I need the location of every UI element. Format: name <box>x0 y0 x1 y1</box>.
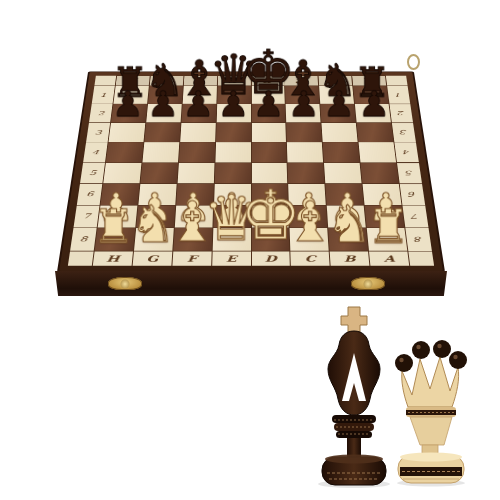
square-e4 <box>215 143 250 163</box>
square-h4 <box>106 143 143 163</box>
square-f3 <box>180 123 215 142</box>
square-h6 <box>101 184 140 205</box>
square-h8: ♜ <box>95 228 135 251</box>
square-h7: ♟ <box>98 205 138 227</box>
square-c4 <box>287 143 323 163</box>
rank-label-right-1: 1 <box>387 86 410 104</box>
king-cross-finial <box>341 307 367 333</box>
closeup-dark-king <box>314 297 394 489</box>
square-e1: ♛ <box>217 86 251 104</box>
square-g7: ♟ <box>136 205 175 227</box>
brass-latch-hook-icon <box>407 54 420 70</box>
square-a8: ♜ <box>367 228 407 251</box>
king-collar-ring <box>336 431 372 438</box>
square-f8: ♝ <box>173 228 212 251</box>
square-d6 <box>251 184 288 205</box>
frame-corner-bottom-right <box>408 251 434 265</box>
file-label-far-b: B <box>319 76 353 86</box>
square-f1: ♝ <box>182 86 216 104</box>
file-label-a: A <box>369 251 409 265</box>
rank-label-left-3: 3 <box>86 123 110 142</box>
square-b6 <box>326 184 364 205</box>
square-g1: ♞ <box>148 86 183 104</box>
square-d2: ♟ <box>251 104 285 122</box>
square-a1: ♜ <box>353 86 388 104</box>
square-h5 <box>103 163 141 183</box>
king-collar-ring <box>332 415 376 423</box>
rank-label-right-6: 6 <box>400 184 425 205</box>
rank-label-left-1: 1 <box>92 86 115 104</box>
square-c8: ♝ <box>290 228 329 251</box>
file-label-f: F <box>172 251 211 265</box>
square-a2: ♟ <box>355 104 391 122</box>
closeup-light-queen <box>392 333 470 487</box>
file-label-far-d: D <box>251 76 284 86</box>
file-label-far-g: G <box>150 76 184 86</box>
rank-label-right-2: 2 <box>390 104 413 122</box>
square-h2: ♟ <box>111 104 147 122</box>
square-a7: ♟ <box>365 205 405 227</box>
square-b5 <box>324 163 361 183</box>
square-c5 <box>288 163 325 183</box>
rank-label-right-5: 5 <box>397 163 422 183</box>
square-b4 <box>323 143 360 163</box>
square-e2: ♟ <box>216 104 250 122</box>
square-a4 <box>359 143 396 163</box>
rank-label-left-7: 7 <box>74 205 100 227</box>
square-e6 <box>214 184 251 205</box>
square-f2: ♟ <box>181 104 216 122</box>
rank-label-right-8: 8 <box>405 228 432 251</box>
file-label-b: B <box>330 251 370 265</box>
square-b2: ♟ <box>320 104 355 122</box>
square-c2: ♟ <box>286 104 321 122</box>
square-e8: ♛ <box>212 228 250 251</box>
square-a6 <box>363 184 402 205</box>
queen-crown-balls <box>395 340 467 372</box>
board-frame: HGFEDCBA1♜♞♝♛♚♝♞♜12♟♟♟♟♟♟♟♟2334455667♟♟♟… <box>57 71 445 272</box>
square-g4 <box>142 143 179 163</box>
square-a3 <box>357 123 394 142</box>
square-f4 <box>179 143 215 163</box>
square-c7: ♟ <box>289 205 327 227</box>
queen-base-rim <box>400 453 462 462</box>
square-d3 <box>251 123 286 142</box>
square-e3 <box>216 123 251 142</box>
file-label-far-f: F <box>184 76 217 86</box>
square-g6 <box>138 184 176 205</box>
rank-label-left-2: 2 <box>89 104 112 122</box>
file-label-g: G <box>132 251 172 265</box>
brass-clasp-left <box>108 277 142 290</box>
square-f6 <box>176 184 213 205</box>
file-label-far-a: A <box>352 76 386 86</box>
rank-label-right-7: 7 <box>402 205 428 227</box>
file-label-e: E <box>212 251 251 265</box>
file-label-far-e: E <box>217 76 250 86</box>
square-c6 <box>289 184 326 205</box>
rank-label-left-5: 5 <box>80 163 105 183</box>
rank-label-right-3: 3 <box>392 123 416 142</box>
square-f5 <box>177 163 214 183</box>
square-d8: ♚ <box>251 228 289 251</box>
square-c1: ♝ <box>285 86 319 104</box>
file-label-h: H <box>93 251 133 265</box>
frame-corner-top-left <box>94 76 116 86</box>
file-label-far-c: C <box>285 76 318 86</box>
square-d1: ♚ <box>251 86 285 104</box>
rank-label-left-4: 4 <box>83 143 107 163</box>
chess-board: HGFEDCBA1♜♞♝♛♚♝♞♜12♟♟♟♟♟♟♟♟2334455667♟♟♟… <box>57 71 445 272</box>
square-g5 <box>140 163 177 183</box>
square-e5 <box>214 163 250 183</box>
square-f7: ♟ <box>175 205 213 227</box>
square-g2: ♟ <box>146 104 181 122</box>
brass-clasp-right <box>351 277 385 290</box>
square-e7: ♟ <box>213 205 250 227</box>
square-g3 <box>144 123 180 142</box>
frame-corner-bottom-left <box>68 251 94 265</box>
king-base-rim <box>325 455 383 464</box>
product-photo: HGFEDCBA1♜♞♝♛♚♝♞♜12♟♟♟♟♟♟♟♟2334455667♟♟♟… <box>0 0 500 500</box>
square-d5 <box>251 163 287 183</box>
file-label-d: D <box>251 251 290 265</box>
square-d7: ♟ <box>251 205 288 227</box>
file-label-far-h: H <box>116 76 150 86</box>
board-front-edge <box>55 271 447 296</box>
square-c3 <box>287 123 322 142</box>
square-g8: ♞ <box>134 228 174 251</box>
square-h3 <box>109 123 146 142</box>
rank-label-left-6: 6 <box>77 184 102 205</box>
square-d4 <box>251 143 286 163</box>
queen-body <box>410 417 452 445</box>
square-b1: ♞ <box>319 86 354 104</box>
square-a5 <box>361 163 399 183</box>
file-label-c: C <box>291 251 330 265</box>
rank-label-right-4: 4 <box>394 143 418 163</box>
square-b8: ♞ <box>328 228 368 251</box>
board-grid: HGFEDCBA1♜♞♝♛♚♝♞♜12♟♟♟♟♟♟♟♟2334455667♟♟♟… <box>68 76 434 266</box>
square-b3 <box>322 123 358 142</box>
square-b7: ♟ <box>327 205 366 227</box>
square-h1: ♜ <box>113 86 148 104</box>
rank-label-left-8: 8 <box>70 228 97 251</box>
frame-corner-top-right <box>386 76 408 86</box>
